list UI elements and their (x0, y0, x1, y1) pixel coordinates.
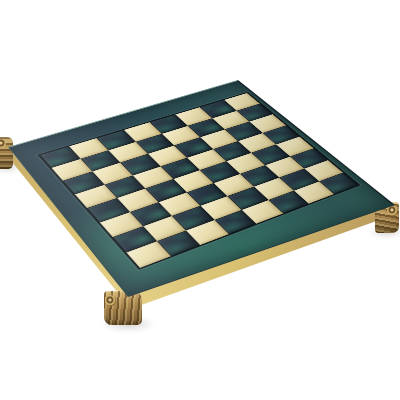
board-foot-left (0, 137, 13, 169)
photo-background (0, 0, 400, 400)
board-foot-front (104, 291, 142, 325)
